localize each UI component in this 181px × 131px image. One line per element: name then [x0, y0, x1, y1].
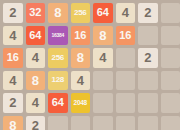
tile-2: 2	[138, 3, 158, 23]
game-board-2048[interactable]: 2328256644246416384168161642568424812842…	[0, 0, 180, 130]
tile-4: 4	[93, 48, 113, 68]
tile-16384: 16384	[48, 26, 68, 46]
tile-64: 64	[26, 26, 46, 46]
empty-cell	[138, 93, 158, 113]
empty-cell	[116, 116, 136, 131]
empty-cell	[93, 93, 113, 113]
empty-cell	[93, 116, 113, 131]
tile-2: 2	[3, 3, 23, 23]
tile-8: 8	[71, 48, 91, 68]
tile-32: 32	[26, 3, 46, 23]
empty-cell	[116, 71, 136, 91]
tile-4: 4	[3, 26, 23, 46]
empty-cell	[161, 48, 181, 68]
tile-2: 2	[26, 116, 46, 131]
empty-cell	[48, 116, 68, 131]
tile-16: 16	[3, 48, 23, 68]
empty-cell	[116, 48, 136, 68]
empty-cell	[138, 116, 158, 131]
empty-cell	[138, 71, 158, 91]
tile-8: 8	[26, 71, 46, 91]
tile-2: 2	[3, 93, 23, 113]
empty-cell	[161, 116, 181, 131]
tile-256: 256	[48, 48, 68, 68]
tile-2: 2	[138, 48, 158, 68]
tile-4: 4	[26, 48, 46, 68]
tile-4: 4	[26, 93, 46, 113]
tile-128: 128	[48, 71, 68, 91]
tile-16: 16	[116, 26, 136, 46]
empty-cell	[138, 26, 158, 46]
tile-8: 8	[3, 116, 23, 131]
tile-4: 4	[116, 3, 136, 23]
empty-cell	[71, 116, 91, 131]
tile-4: 4	[71, 71, 91, 91]
tile-2048: 2048	[71, 93, 91, 113]
tile-256: 256	[71, 3, 91, 23]
tile-64: 64	[93, 3, 113, 23]
tile-8: 8	[48, 3, 68, 23]
empty-cell	[161, 71, 181, 91]
tile-64: 64	[48, 93, 68, 113]
empty-cell	[161, 3, 181, 23]
empty-cell	[93, 71, 113, 91]
empty-cell	[161, 26, 181, 46]
empty-cell	[161, 93, 181, 113]
tile-16: 16	[71, 26, 91, 46]
empty-cell	[116, 93, 136, 113]
tile-8: 8	[93, 26, 113, 46]
tile-4: 4	[3, 71, 23, 91]
